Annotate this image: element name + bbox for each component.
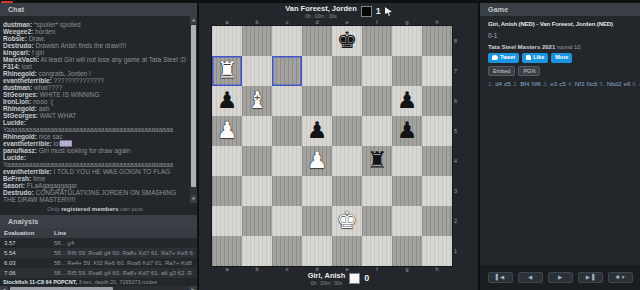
analysis-line[interactable]: 58... Rf6 59. Rxa6 g4 60. Ra8+ Kd7 61. R…	[54, 248, 197, 258]
chat-message: Lucide: Yaaaaaaaaaaaaaaaaaaaaaaaaaaaaaaa…	[3, 154, 187, 168]
game-event: Tata Steel Masters 2021 round 10	[488, 44, 636, 50]
chat-username: dustman:	[3, 84, 32, 91]
scroll-left-icon[interactable]: ◀	[0, 286, 8, 290]
black-pawn-piece[interactable]: ♟	[212, 86, 242, 116]
square-f6[interactable]	[362, 86, 392, 116]
square-e2[interactable]: ♚	[332, 206, 362, 236]
white-pawn-piece[interactable]: ♟	[302, 146, 332, 176]
last-move-button[interactable]: ▶▐	[578, 272, 603, 283]
registered-members-link[interactable]: registered members	[61, 206, 118, 212]
chat-message: StGeorges: WHITE IS WINNING	[3, 91, 187, 98]
black-pawn-piece[interactable]: ♟	[392, 116, 422, 146]
square-b3[interactable]	[242, 176, 272, 206]
chat-message: IronLion: nooo :(	[3, 98, 187, 105]
rank-label: 5	[454, 116, 462, 146]
white-color-indicator	[349, 273, 360, 284]
chat-username: Rhinegold:	[3, 70, 37, 77]
square-b7[interactable]	[242, 56, 272, 86]
move-token[interactable]: e6	[623, 80, 630, 87]
file-labels-top: abcdefgh	[212, 19, 452, 26]
square-a5[interactable]: ♟	[212, 116, 242, 146]
chat-footer: Only registered members can post	[0, 204, 190, 215]
rank-label: 2	[454, 206, 462, 236]
bottom-player-bar: Giri, Anish 0h : 00m : 00s 0	[199, 272, 478, 289]
square-h5[interactable]	[422, 116, 452, 146]
file-label: c	[272, 19, 302, 26]
analysis-row[interactable]: 6.0358... Re4+ 59. Kf2 Re6 60. Rxa6 Kd7 …	[0, 258, 197, 268]
square-a4[interactable]	[212, 146, 242, 176]
evaluation-value: 6.03	[0, 258, 54, 268]
move-number: 6.	[632, 80, 637, 87]
move-navigation: ▌◀◀▶▶▐✱ ▾	[480, 265, 640, 290]
file-label: a	[212, 19, 242, 26]
white-bishop-piece[interactable]: ♝	[242, 86, 272, 116]
mouse-cursor-icon	[385, 7, 392, 16]
chat-message: panufkasz: Giri must looking for draw ag…	[3, 147, 187, 154]
chat-message: Destrudo: Drawish Anish finds the draw!!…	[3, 42, 187, 49]
rank-label: 7	[454, 56, 462, 86]
square-g6[interactable]: ♟	[392, 86, 422, 116]
move-token[interactable]: Bf4	[520, 80, 529, 87]
analysis-h-scrollbar[interactable]: ◀ ▶	[0, 286, 197, 290]
chat-username: evantheterrible:	[3, 77, 52, 84]
analysis-line[interactable]: 58... g4	[54, 238, 197, 248]
move-token[interactable]: Nf3	[575, 80, 585, 87]
top-player-name: Van Foreest, Jorden	[285, 5, 357, 13]
like-button[interactable]: Like	[522, 53, 548, 63]
analysis-column-headers: Evaluation Line	[0, 228, 197, 238]
more-label: More	[555, 55, 568, 61]
top-player-bar: Van Foreest, Jorden 0h : 00m : 30s 1	[199, 5, 478, 20]
board-panel: Van Foreest, Jorden 0h : 00m : 30s 1 abc…	[199, 3, 478, 290]
chat-header: Chat	[0, 3, 197, 16]
square-e7[interactable]	[332, 56, 362, 86]
bottom-player: Giri, Anish 0h : 00m : 00s	[308, 272, 346, 286]
square-b8[interactable]	[242, 26, 272, 56]
square-e5[interactable]	[332, 116, 362, 146]
move-token[interactable]: c5	[559, 80, 566, 87]
analysis-header: Analysis	[0, 215, 197, 228]
square-f2[interactable]	[362, 206, 392, 236]
square-f4[interactable]: ♜	[362, 146, 392, 176]
square-b4[interactable]	[242, 146, 272, 176]
square-c2[interactable]	[272, 206, 302, 236]
black-pawn-piece[interactable]: ♟	[302, 116, 332, 146]
square-a6[interactable]: ♟	[212, 86, 242, 116]
analysis-line[interactable]: 58... Rf5 59. Rxa6 g4 60. Ra8+ Kd7 61. a…	[54, 268, 197, 278]
square-d7[interactable]	[302, 56, 332, 86]
square-h1[interactable]	[422, 236, 452, 266]
more-button[interactable]: More	[551, 53, 572, 63]
square-g5[interactable]: ♟	[392, 116, 422, 146]
square-g3[interactable]	[392, 176, 422, 206]
move-token[interactable]: Nf6	[531, 80, 541, 87]
evaluation-value: 7.06	[0, 268, 54, 278]
square-b6[interactable]: ♝	[242, 86, 272, 116]
rank-label: 3	[454, 176, 462, 206]
game-panel: Game Giri, Anish (NED) - Van Foreest, Jo…	[480, 3, 640, 290]
square-a3[interactable]	[212, 176, 242, 206]
file-label: b	[242, 19, 272, 26]
move-token[interactable]: d5	[504, 80, 511, 87]
move-token[interactable]: e3	[550, 80, 557, 87]
tweet-button[interactable]: Tweet	[488, 53, 519, 63]
chessbomb-app: CB Chat dustman: *spoiler* spoiledWeegee…	[0, 0, 640, 290]
chat-message: evantheterrible: ??????????????	[3, 77, 187, 84]
chat-username: evantheterrible:	[3, 168, 52, 175]
square-d4[interactable]: ♟	[302, 146, 332, 176]
square-c7[interactable]	[272, 56, 302, 86]
chat-message: Robsie: Draw.	[3, 35, 187, 42]
black-pawn-piece[interactable]: ♟	[392, 86, 422, 116]
scroll-right-icon[interactable]: ▶	[189, 286, 197, 290]
chat-username: Destrudo:	[3, 189, 34, 196]
square-h4[interactable]	[422, 146, 452, 176]
chat-message: StGeorges: WAIT WHAT	[3, 112, 187, 119]
game-result: 0-1	[488, 32, 636, 39]
chat-panel: Chat dustman: *spoiler* spoiledWeegee2: …	[0, 3, 197, 290]
square-f8[interactable]	[362, 26, 392, 56]
rank-label: 8	[454, 26, 462, 56]
square-a8[interactable]	[212, 26, 242, 56]
chat-username: evantheterrible:	[3, 140, 52, 147]
square-g8[interactable]	[392, 26, 422, 56]
chat-message: Weegee2: horden	[3, 28, 187, 35]
prev-move-button[interactable]: ◀	[518, 272, 543, 283]
chat-footer-pre: Only	[47, 206, 61, 212]
square-e1[interactable]	[332, 236, 362, 266]
file-label: g	[392, 19, 422, 26]
chat-message: Rhinegold: nice sac	[3, 133, 187, 140]
square-b5[interactable]	[242, 116, 272, 146]
square-c4[interactable]	[272, 146, 302, 176]
twitter-bird-icon	[492, 55, 498, 60]
move-token[interactable]: d4	[495, 80, 502, 87]
square-e8[interactable]: ♚	[332, 26, 362, 56]
rank-label: 6	[454, 86, 462, 116]
rank-label: 1	[454, 236, 462, 266]
scroll-down-icon[interactable]: ▼	[190, 195, 197, 203]
move-number: 5.	[600, 80, 605, 87]
square-a2[interactable]	[212, 206, 242, 236]
analysis-rows: 3.5758... g45.5458... Rf6 59. Rxa6 g4 60…	[0, 238, 197, 278]
evaluation-value: 5.54	[0, 248, 54, 258]
analysis-line[interactable]: 58... Re4+ 59. Kf2 Re6 60. Rxa6 Kd7 61. …	[54, 258, 197, 268]
chat-message: Rhinegold: aah	[3, 105, 187, 112]
square-h6[interactable]	[422, 86, 452, 116]
square-h3[interactable]	[422, 176, 452, 206]
chat-username: StGeorges:	[3, 112, 38, 119]
thumbs-up-icon	[526, 55, 531, 60]
square-c8[interactable]	[272, 26, 302, 56]
move-list: 1.d4d52.Bf4Nf63.e3c54.Nf3Nc65.Nbd2e66.c3…	[488, 80, 636, 195]
square-d5[interactable]: ♟	[302, 116, 332, 146]
square-g7[interactable]	[392, 56, 422, 86]
move-number: 4.	[568, 80, 573, 87]
move-number: 2.	[513, 80, 518, 87]
square-f1[interactable]	[362, 236, 392, 266]
square-f3[interactable]	[362, 176, 392, 206]
rank-labels: 87654321	[454, 26, 462, 266]
file-label: e	[332, 19, 362, 26]
chat-username: StGeorges:	[3, 91, 38, 98]
bottom-player-score: 0	[364, 272, 369, 285]
game-players: Giri, Anish (NED) - Van Foreest, Jorden …	[488, 21, 636, 27]
chat-message: Rhinegold: congrats, Jorden !	[3, 70, 187, 77]
chat-username: Rhinegold:	[3, 105, 37, 112]
like-label: Like	[533, 55, 544, 61]
chat-message: evantheterrible: lolllllllll	[3, 140, 187, 147]
square-e3[interactable]	[332, 176, 362, 206]
white-rook-piece[interactable]: ♜	[212, 56, 242, 86]
chat-message: BeFresh: time	[3, 175, 187, 182]
export-buttons: EmbedPGN	[488, 66, 540, 76]
engine-name: Stockfish 11-C8 64 POPCNT,	[3, 279, 77, 285]
game-header: Game	[480, 3, 640, 16]
game-info: Giri, Anish (NED) - Van Foreest, Jorden …	[488, 21, 636, 50]
square-e6[interactable]	[332, 86, 362, 116]
square-f5[interactable]	[362, 116, 392, 146]
square-h8[interactable]	[422, 26, 452, 56]
square-h7[interactable]	[422, 56, 452, 86]
chat-messages: dustman: *spoiler* spoiledWeegee2: horde…	[3, 16, 187, 203]
chat-scrollbar[interactable]: ▲ ▼	[190, 16, 197, 203]
chat-username: Lucide:	[3, 119, 26, 126]
chat-footer-post: can post	[119, 206, 143, 212]
event-name: Tata Steel Masters 2021	[488, 44, 555, 50]
evaluation-column-header: Evaluation	[0, 228, 54, 238]
square-d8[interactable]	[302, 26, 332, 56]
white-pawn-piece[interactable]: ♟	[212, 116, 242, 146]
event-round: round 10	[555, 44, 580, 50]
bottom-player-name: Giri, Anish	[308, 272, 346, 280]
chat-username: F314:	[3, 63, 20, 70]
square-b2[interactable]	[242, 206, 272, 236]
chat-username: panufkasz:	[3, 147, 37, 154]
tweet-label: Tweet	[500, 55, 515, 61]
chat-username: Destrudo:	[3, 42, 34, 49]
move-number: 1.	[488, 80, 493, 87]
chat-message: Lucide: Yaaaaaaaaaaaaaaaaaaaaaaaaaaaaaaa…	[3, 119, 187, 133]
chat-message: dustman: *spoiler* spoiled	[3, 21, 187, 28]
white-king-piece[interactable]: ♚	[332, 206, 362, 236]
file-label: h	[422, 19, 452, 26]
chat-username: Sasori:	[3, 182, 25, 189]
move-number: 3.	[543, 80, 548, 87]
square-h2[interactable]	[422, 206, 452, 236]
chat-username: kingcarl:	[3, 49, 30, 56]
square-d1[interactable]	[302, 236, 332, 266]
square-a1[interactable]	[212, 236, 242, 266]
rank-label: 4	[454, 146, 462, 176]
selected-text: llllllll	[60, 140, 72, 147]
square-c1[interactable]	[272, 236, 302, 266]
square-b1[interactable]	[242, 236, 272, 266]
analysis-row[interactable]: 7.0658... Rf5 59. Rxa6 g4 60. Ra8+ Kd7 6…	[0, 268, 197, 278]
square-c6[interactable]	[272, 86, 302, 116]
square-d3[interactable]	[302, 176, 332, 206]
chat-scrollbar-thumb[interactable]	[191, 25, 196, 187]
chat-username: Rhinegold:	[3, 133, 37, 140]
chat-username: Robsie:	[3, 35, 27, 42]
chat-message: dustman: what????	[3, 84, 187, 91]
square-a7[interactable]: ♜	[212, 56, 242, 86]
square-g1[interactable]	[392, 236, 422, 266]
chat-username: Weegee2:	[3, 28, 33, 35]
chat-message: MarekVach: At least Giri will not lose a…	[3, 56, 187, 63]
square-g4[interactable]	[392, 146, 422, 176]
chat-message: Sasori: FLaAgagaggagar	[3, 182, 187, 189]
top-player-score: 1	[376, 5, 381, 18]
chat-username: MarekVach:	[3, 56, 39, 63]
engine-stats: 3 sec, depth 20, 7165073 nodes	[77, 279, 157, 285]
scroll-up-icon[interactable]: ▲	[190, 16, 197, 24]
square-g2[interactable]	[392, 206, 422, 236]
move-token[interactable]: Nbd2	[607, 80, 622, 87]
move-token[interactable]: Nc6	[586, 80, 597, 87]
chat-username: BeFresh:	[3, 175, 31, 182]
black-color-indicator	[361, 6, 372, 17]
square-d2[interactable]	[302, 206, 332, 236]
bottom-player-clock: 0h : 00m : 00s	[311, 280, 343, 286]
chat-message: F314: lost	[3, 63, 187, 70]
file-label: d	[302, 19, 332, 26]
analysis-row[interactable]: 3.5758... g4	[0, 238, 197, 248]
black-king-piece[interactable]: ♚	[332, 26, 362, 56]
evaluation-value: 3.57	[0, 238, 54, 248]
pgn-button[interactable]: PGN	[518, 66, 540, 76]
chat-username: dustman:	[3, 21, 32, 28]
chat-username: IronLion:	[3, 98, 31, 105]
chess-board[interactable]: ♚♜♟♝♟♟♟♟♟♜♚	[212, 26, 452, 266]
file-label: f	[362, 19, 392, 26]
square-f7[interactable]	[362, 56, 392, 86]
top-player: Van Foreest, Jorden 0h : 00m : 30s	[285, 5, 357, 19]
square-d6[interactable]	[302, 86, 332, 116]
square-c3[interactable]	[272, 176, 302, 206]
black-rook-piece[interactable]: ♜	[362, 146, 392, 176]
analysis-row[interactable]: 5.5458... Rf6 59. Rxa6 g4 60. Ra8+ Kd7 6…	[0, 248, 197, 258]
chat-username: Lucide:	[3, 154, 26, 161]
chat-message: evantheterrible: I TOLD YOU HE WAS GOIGN…	[3, 168, 187, 175]
chat-message: kingcarl: f giri	[3, 49, 187, 56]
embed-button[interactable]: Embed	[488, 66, 515, 76]
social-buttons: TweetLikeMore	[488, 53, 572, 63]
first-move-button[interactable]: ▌◀	[488, 272, 513, 283]
line-column-header: Line	[54, 228, 197, 238]
square-e4[interactable]	[332, 146, 362, 176]
next-move-button[interactable]: ▶	[548, 272, 573, 283]
square-c5[interactable]	[272, 116, 302, 146]
engine-status: Stockfish 11-C8 64 POPCNT, 3 sec, depth …	[0, 278, 197, 286]
settings-move-button[interactable]: ✱ ▾	[608, 272, 633, 283]
chat-message: Destrudo: CONGRATULATIONS JORDEN ON SMAS…	[3, 189, 187, 203]
